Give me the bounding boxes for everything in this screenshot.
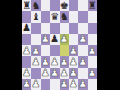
square-d7[interactable]: ♛: [50, 11, 59, 22]
square-h1[interactable]: [88, 79, 97, 90]
square-a8[interactable]: ♜: [22, 0, 31, 11]
square-h2[interactable]: ♟: [88, 68, 97, 79]
white-pawn-g5[interactable]: ♟: [78, 34, 87, 44]
white-pawn-c5[interactable]: ♟: [41, 34, 50, 44]
square-c1[interactable]: [41, 79, 50, 90]
white-pawn-e1[interactable]: ♟: [60, 79, 69, 89]
white-pawn-e3[interactable]: ♟: [60, 56, 69, 66]
square-b3[interactable]: ♟: [31, 56, 40, 67]
white-pawn-b1[interactable]: ♟: [32, 79, 41, 89]
square-b1[interactable]: ♟: [31, 79, 40, 90]
letterbox-right: [97, 0, 120, 90]
square-c7[interactable]: [41, 11, 50, 22]
white-pawn-b4[interactable]: ♟: [32, 45, 41, 55]
white-pawn-g3[interactable]: ♟: [78, 56, 87, 66]
square-f7[interactable]: [69, 11, 78, 22]
white-pawn-d3[interactable]: ♟: [50, 56, 59, 66]
white-pawn-d2[interactable]: ♟: [50, 68, 59, 78]
square-c8[interactable]: [41, 0, 50, 11]
square-c5[interactable]: ♟: [41, 34, 50, 45]
white-pawn-f2[interactable]: ♟: [69, 68, 78, 78]
black-pawn-d5[interactable]: ♟: [50, 34, 59, 44]
square-g8[interactable]: [78, 0, 87, 11]
black-pawn-a6[interactable]: ♟: [22, 23, 31, 33]
video-frame: ♜♞♚♜♝♛♞♟♟♟♟♟♟♟♟♟♟♟♟♟♟♟♟♟♟♟♟♟♟♟♟♟♟: [0, 0, 120, 90]
white-pawn-b3[interactable]: ♟: [32, 56, 41, 66]
square-a4[interactable]: ♟: [22, 45, 31, 56]
square-f1[interactable]: ♟: [69, 79, 78, 90]
square-g7[interactable]: [78, 11, 87, 22]
square-c2[interactable]: ♟: [41, 68, 50, 79]
square-e5[interactable]: ♟: [60, 34, 69, 45]
white-pawn-f3[interactable]: ♟: [69, 56, 78, 66]
square-g3[interactable]: ♟: [78, 56, 87, 67]
square-d1[interactable]: [50, 79, 59, 90]
white-pawn-a2[interactable]: ♟: [22, 68, 31, 78]
square-d5[interactable]: ♟: [50, 34, 59, 45]
white-pawn-e5[interactable]: ♟: [60, 34, 69, 44]
square-g5[interactable]: ♟: [78, 34, 87, 45]
white-pawn-g1[interactable]: ♟: [78, 79, 87, 89]
square-b6[interactable]: [31, 23, 40, 34]
square-h4[interactable]: ♟: [88, 45, 97, 56]
square-a1[interactable]: ♟: [22, 79, 31, 90]
square-h7[interactable]: [88, 11, 97, 22]
black-rook-h8[interactable]: ♜: [88, 0, 97, 10]
square-g1[interactable]: ♟: [78, 79, 87, 90]
black-knight-b8[interactable]: ♞: [32, 0, 41, 10]
square-a6[interactable]: ♟: [22, 23, 31, 34]
letterbox-left: [0, 0, 22, 90]
black-rook-a8[interactable]: ♜: [22, 0, 31, 10]
square-f8[interactable]: [69, 0, 78, 11]
chess-board[interactable]: ♜♞♚♜♝♛♞♟♟♟♟♟♟♟♟♟♟♟♟♟♟♟♟♟♟♟♟♟♟♟♟♟♟: [22, 0, 97, 90]
black-knight-e7[interactable]: ♞: [60, 11, 69, 21]
white-pawn-c2[interactable]: ♟: [41, 68, 50, 78]
white-pawn-h4[interactable]: ♟: [88, 45, 97, 55]
square-e1[interactable]: ♟: [60, 79, 69, 90]
black-king-e8[interactable]: ♚: [60, 0, 69, 10]
white-pawn-f4[interactable]: ♟: [69, 45, 78, 55]
square-f6[interactable]: [69, 23, 78, 34]
white-pawn-e2[interactable]: ♟: [60, 68, 69, 78]
square-h6[interactable]: [88, 23, 97, 34]
square-b7[interactable]: ♝: [31, 11, 40, 22]
black-queen-d7[interactable]: ♛: [50, 11, 59, 21]
white-pawn-h2[interactable]: ♟: [88, 68, 97, 78]
white-pawn-a4[interactable]: ♟: [22, 45, 31, 55]
white-pawn-c3[interactable]: ♟: [41, 56, 50, 66]
black-bishop-b7[interactable]: ♝: [32, 11, 41, 21]
square-h8[interactable]: ♜: [88, 0, 97, 11]
square-d2[interactable]: ♟: [50, 68, 59, 79]
square-e7[interactable]: ♞: [60, 11, 69, 22]
white-pawn-f1[interactable]: ♟: [69, 79, 78, 89]
white-pawn-a1[interactable]: ♟: [22, 79, 31, 89]
